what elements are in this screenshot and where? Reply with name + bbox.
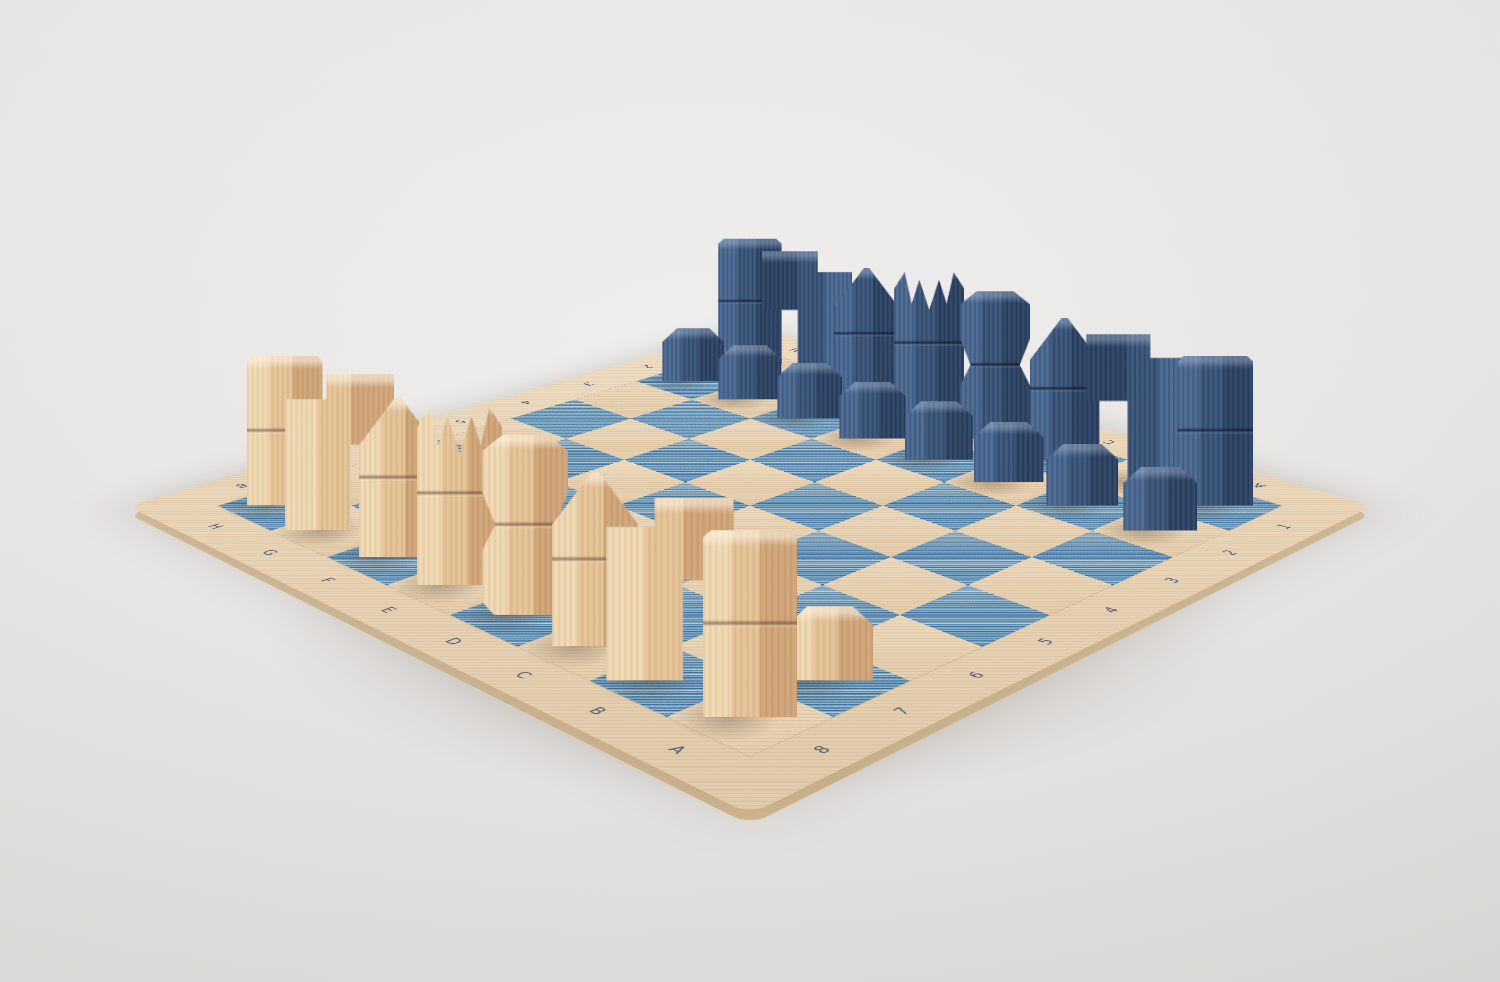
rank-label-far-4: 4 xyxy=(516,399,534,405)
piece-blue-pawn-b2[interactable] xyxy=(1046,444,1118,506)
piece-blue-pawn-f2[interactable] xyxy=(777,363,842,419)
rank-label-near-6: 6 xyxy=(963,669,989,680)
pawn-silhouette xyxy=(905,401,973,460)
pawn-silhouette xyxy=(777,363,842,419)
rook-silhouette xyxy=(703,530,798,717)
file-label-near-f: F xyxy=(316,576,339,585)
piece-natural-rook-a8[interactable] xyxy=(703,530,798,717)
rank-label-near-5: 5 xyxy=(1033,636,1058,646)
bishop-silhouette xyxy=(834,268,899,399)
rank-label-near-2: 2 xyxy=(1218,548,1241,557)
file-label-near-h: H xyxy=(204,522,228,531)
pawn-silhouette xyxy=(839,382,905,439)
piece-natural-pawn-a7[interactable] xyxy=(787,606,874,681)
pawn-silhouette xyxy=(718,345,781,399)
rank-label-near-3: 3 xyxy=(1160,576,1184,585)
piece-blue-bishop-f1[interactable] xyxy=(834,268,899,399)
studio-background: HHGGFFEEDDCCBBAA1122334455667788 xyxy=(0,0,1500,982)
piece-blue-pawn-h2[interactable] xyxy=(662,328,724,381)
rank-label-far-3: 3 xyxy=(579,381,597,387)
pawn-silhouette xyxy=(787,606,874,681)
pawn-silhouette xyxy=(1123,467,1197,531)
rank-label-near-4: 4 xyxy=(1099,605,1124,615)
piece-blue-pawn-a2[interactable] xyxy=(1123,467,1197,531)
piece-blue-pawn-d2[interactable] xyxy=(905,401,973,460)
piece-blue-pawn-g2[interactable] xyxy=(718,345,781,399)
pawn-silhouette xyxy=(662,328,724,381)
file-label-near-e: E xyxy=(377,605,402,615)
chess-board-plate: HHGGFFEEDDCCBBAA1122334455667788 xyxy=(128,326,1373,814)
pawn-silhouette xyxy=(974,422,1044,482)
pawn-silhouette xyxy=(1046,444,1118,506)
rank-label-near-8: 8 xyxy=(808,743,835,756)
rank-label-near-1: 1 xyxy=(1272,522,1295,530)
studio-photo: { "scene": { "description": "Overhead th… xyxy=(0,0,1500,982)
piece-blue-pawn-e2[interactable] xyxy=(839,382,905,439)
piece-blue-pawn-c2[interactable] xyxy=(974,422,1044,482)
scene-perspective: HHGGFFEEDDCCBBAA1122334455667788 xyxy=(0,0,1500,982)
rank-label-near-7: 7 xyxy=(888,705,914,717)
